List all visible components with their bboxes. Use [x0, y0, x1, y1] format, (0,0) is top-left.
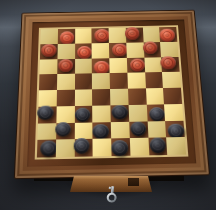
square-b2[interactable]	[56, 122, 75, 139]
checkers-board-frame	[14, 10, 210, 180]
square-g3[interactable]	[146, 104, 165, 121]
square-f2[interactable]	[129, 121, 148, 138]
red-piece[interactable]	[77, 46, 92, 59]
square-g5[interactable]	[145, 72, 164, 88]
square-d4[interactable]	[92, 89, 110, 105]
square-h8[interactable]	[159, 27, 177, 42]
square-a7[interactable]	[40, 44, 58, 59]
square-a6	[39, 59, 57, 75]
square-b4[interactable]	[56, 90, 74, 107]
black-piece[interactable]	[40, 141, 57, 157]
square-b1	[56, 139, 75, 157]
square-c6	[75, 58, 93, 74]
photo-background	[0, 0, 216, 210]
board-tilt-wrapper	[14, 10, 210, 180]
square-g2	[147, 121, 166, 138]
black-piece[interactable]	[112, 105, 128, 120]
square-e2	[111, 121, 130, 138]
square-a4	[38, 90, 56, 107]
square-f4[interactable]	[128, 88, 147, 104]
black-piece[interactable]	[37, 105, 53, 120]
square-d6[interactable]	[92, 58, 110, 74]
square-b5	[57, 74, 75, 90]
square-f3	[128, 104, 147, 121]
square-a3[interactable]	[38, 106, 57, 123]
black-piece[interactable]	[111, 140, 128, 156]
board-border-band	[27, 19, 196, 166]
board-grid	[37, 27, 186, 158]
square-c7[interactable]	[75, 43, 92, 58]
square-b6[interactable]	[57, 58, 75, 74]
red-piece[interactable]	[94, 61, 109, 75]
square-c5[interactable]	[74, 74, 92, 90]
square-b8[interactable]	[58, 29, 75, 44]
black-piece[interactable]	[73, 138, 89, 153]
red-piece[interactable]	[41, 44, 56, 57]
square-f8[interactable]	[126, 28, 144, 43]
red-piece[interactable]	[95, 29, 110, 42]
square-d5	[92, 73, 110, 89]
square-e4	[110, 89, 128, 105]
red-piece[interactable]	[142, 41, 158, 54]
square-d2[interactable]	[93, 122, 112, 139]
square-a1[interactable]	[37, 140, 56, 158]
square-f5	[127, 73, 145, 89]
square-b7	[57, 43, 74, 58]
square-e7[interactable]	[109, 43, 127, 58]
black-piece[interactable]	[55, 122, 71, 137]
square-h3	[164, 104, 183, 121]
square-h2[interactable]	[165, 120, 184, 137]
square-f6[interactable]	[127, 57, 145, 73]
square-a2	[37, 123, 56, 140]
red-piece[interactable]	[125, 27, 140, 40]
square-a5[interactable]	[39, 74, 57, 90]
square-h1	[166, 137, 186, 155]
drawer-notch	[128, 178, 139, 186]
square-g7[interactable]	[143, 42, 161, 57]
red-piece[interactable]	[160, 56, 176, 70]
square-g4	[145, 88, 164, 104]
black-piece[interactable]	[93, 124, 109, 139]
square-f1	[130, 138, 149, 156]
square-c4	[74, 89, 92, 105]
square-b3	[56, 106, 74, 123]
black-piece[interactable]	[149, 138, 166, 153]
black-piece[interactable]	[149, 107, 166, 122]
square-c2	[74, 122, 92, 139]
stringing-inlay	[35, 25, 189, 159]
square-d1	[93, 139, 112, 157]
square-c1[interactable]	[74, 139, 93, 157]
square-g6	[144, 57, 162, 73]
square-h5	[162, 72, 181, 88]
square-c8	[75, 28, 92, 43]
square-e3[interactable]	[110, 105, 129, 122]
drawer-key[interactable]	[103, 185, 121, 204]
square-e5[interactable]	[110, 73, 128, 89]
square-d3	[92, 105, 110, 122]
square-h6[interactable]	[161, 57, 179, 73]
square-d8[interactable]	[92, 28, 109, 43]
square-h7	[160, 42, 178, 57]
square-h4[interactable]	[163, 88, 182, 104]
black-piece[interactable]	[74, 107, 90, 122]
square-d7	[92, 43, 109, 58]
square-e8	[109, 28, 126, 43]
square-c3[interactable]	[74, 105, 92, 122]
square-f7	[126, 42, 144, 57]
red-piece[interactable]	[160, 29, 176, 42]
square-e1[interactable]	[111, 138, 130, 156]
red-piece[interactable]	[58, 59, 73, 73]
red-piece[interactable]	[112, 43, 127, 56]
square-g8	[142, 27, 160, 42]
black-piece[interactable]	[130, 121, 147, 136]
square-a8	[40, 29, 57, 44]
square-e6	[109, 58, 127, 74]
key-icon	[103, 185, 121, 204]
square-g1[interactable]	[148, 138, 168, 156]
black-piece[interactable]	[168, 123, 185, 138]
